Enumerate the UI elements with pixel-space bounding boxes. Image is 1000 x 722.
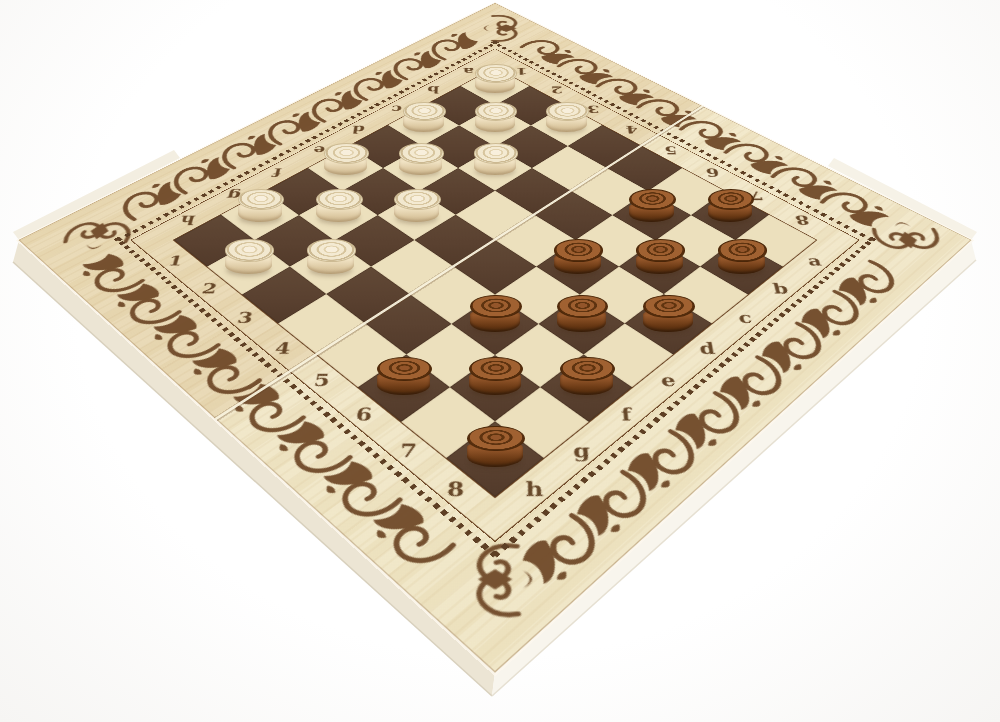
checker-brown-g7[interactable]	[469, 357, 521, 396]
checker-brown-a7[interactable]	[708, 189, 753, 222]
rank-label-near-8: 8	[446, 477, 464, 501]
checker-brown-b8[interactable]	[718, 239, 765, 274]
file-label-near-g: g	[573, 440, 591, 462]
checker-brown-h8[interactable]	[467, 426, 523, 467]
piece-top	[560, 357, 614, 382]
checker-brown-f6[interactable]	[470, 295, 520, 332]
piece-top	[475, 64, 516, 83]
rank-label-near-6: 6	[355, 404, 373, 425]
piece-top	[324, 143, 369, 163]
piece-top	[636, 239, 685, 261]
rank-label-near-7: 7	[399, 440, 417, 462]
rank-label-far-5: 5	[664, 144, 679, 157]
rank-label-far-2: 2	[551, 84, 564, 95]
checker-white-e1[interactable]	[324, 143, 367, 175]
checker-white-c3[interactable]	[474, 143, 517, 175]
checker-white-e3[interactable]	[394, 189, 439, 222]
checker-white-h2[interactable]	[225, 239, 272, 274]
file-label-far-b: b	[427, 84, 440, 95]
piece-top	[399, 143, 444, 163]
rank-label-near-5: 5	[313, 371, 332, 391]
piece-top	[643, 295, 695, 318]
file-label-near-f: f	[620, 404, 632, 425]
piece-top	[554, 239, 603, 261]
piece-top	[225, 239, 274, 261]
checker-brown-c7[interactable]	[636, 239, 683, 274]
photo-scene: 1aa12bb23cc34dd45ee56ff67gg78hh8	[0, 0, 1000, 722]
file-label-near-h: h	[525, 477, 544, 501]
checker-white-b2[interactable]	[475, 102, 516, 132]
rank-label-near-4: 4	[273, 339, 292, 358]
checker-white-c1[interactable]	[403, 102, 444, 132]
piece-top	[307, 239, 356, 261]
checker-brown-f8[interactable]	[560, 357, 612, 396]
file-label-far-c: c	[391, 103, 403, 115]
rank-label-far-4: 4	[624, 123, 638, 135]
checker-white-d2[interactable]	[399, 143, 442, 175]
checker-brown-d8[interactable]	[643, 295, 693, 332]
checker-white-g3[interactable]	[307, 239, 354, 274]
checker-brown-e7[interactable]	[557, 295, 607, 332]
file-label-far-a: a	[462, 66, 473, 77]
piece-top	[718, 239, 767, 261]
piece-top	[467, 426, 525, 452]
checker-white-g1[interactable]	[238, 189, 283, 222]
checker-white-f2[interactable]	[316, 189, 361, 222]
checker-white-a1[interactable]	[475, 64, 514, 93]
piece-top	[316, 189, 363, 210]
checker-brown-d6[interactable]	[554, 239, 601, 274]
rank-label-far-1: 1	[516, 66, 528, 77]
piece-top	[377, 357, 431, 382]
piece-top	[469, 357, 523, 382]
file-label-far-d: d	[351, 123, 365, 135]
checker-white-a3[interactable]	[546, 102, 587, 132]
checker-brown-b6[interactable]	[629, 189, 674, 222]
piece-top	[470, 295, 522, 318]
piece-top	[474, 143, 519, 163]
file-label-near-e: e	[659, 371, 676, 391]
checker-brown-h6[interactable]	[377, 357, 429, 396]
